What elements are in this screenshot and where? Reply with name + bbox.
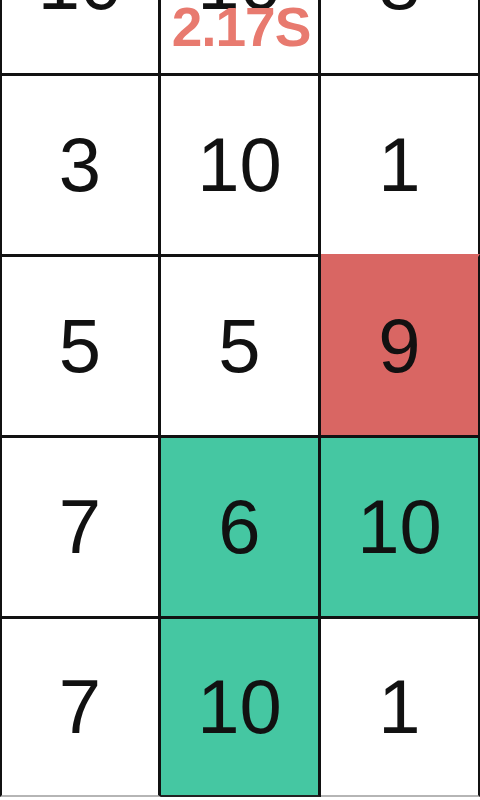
cell-r1c3[interactable]: 8 <box>321 0 480 73</box>
cell-r5c1[interactable]: 7 <box>0 616 161 797</box>
game-screen: 10 10 8 3 10 1 5 5 9 7 6 10 7 10 1 2.17S <box>0 0 480 800</box>
cell-r4c3-correct[interactable]: 10 <box>321 435 480 616</box>
cell-r1c2[interactable]: 10 <box>161 0 321 73</box>
cell-r3c2[interactable]: 5 <box>161 254 321 435</box>
cell-r2c3[interactable]: 1 <box>321 73 480 254</box>
cell-r2c1[interactable]: 3 <box>0 73 161 254</box>
cell-r3c1[interactable]: 5 <box>0 254 161 435</box>
cell-r5c2-correct[interactable]: 10 <box>161 616 321 797</box>
cell-r4c2-correct[interactable]: 6 <box>161 435 321 616</box>
cell-r5c3[interactable]: 1 <box>321 616 480 797</box>
cell-r2c2[interactable]: 10 <box>161 73 321 254</box>
cell-r1c1[interactable]: 10 <box>0 0 161 73</box>
cell-r4c1[interactable]: 7 <box>0 435 161 616</box>
number-grid-board: 10 10 8 3 10 1 5 5 9 7 6 10 7 10 1 <box>0 0 480 797</box>
cell-r3c3-wrong[interactable]: 9 <box>321 254 480 435</box>
